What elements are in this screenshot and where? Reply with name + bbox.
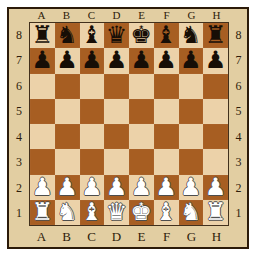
square-h1[interactable]: ♜ <box>203 200 228 225</box>
black-king-e8: ♚ <box>131 23 153 48</box>
white-pawn-a2: ♟ <box>32 175 54 200</box>
square-b4[interactable] <box>55 124 80 149</box>
square-f3[interactable] <box>154 149 179 174</box>
square-b8[interactable]: ♞ <box>55 23 80 48</box>
chess-board: ♜♞♝♛♚♝♞♜♟♟♟♟♟♟♟♟♟♟♟♟♟♟♟♟♜♞♝♛♚♝♞♜ <box>29 22 229 226</box>
square-f1[interactable]: ♝ <box>154 200 179 225</box>
square-g5[interactable] <box>179 99 204 124</box>
square-g7[interactable]: ♟ <box>179 48 204 73</box>
square-f8[interactable]: ♝ <box>154 23 179 48</box>
square-h6[interactable] <box>203 74 228 99</box>
black-pawn-g7: ♟ <box>180 48 202 73</box>
square-d5[interactable] <box>104 99 129 124</box>
square-b2[interactable]: ♟ <box>55 175 80 200</box>
rank-label-8: 8 <box>229 22 248 48</box>
square-e1[interactable]: ♚ <box>129 200 154 225</box>
square-c1[interactable]: ♝ <box>80 200 105 225</box>
white-bishop-c1: ♝ <box>81 200 103 225</box>
square-g2[interactable]: ♟ <box>179 175 204 200</box>
square-e2[interactable]: ♟ <box>129 175 154 200</box>
square-g4[interactable] <box>179 124 204 149</box>
black-rook-h8: ♜ <box>205 23 227 48</box>
white-pawn-h2: ♟ <box>205 175 227 200</box>
square-f5[interactable] <box>154 99 179 124</box>
black-bishop-f8: ♝ <box>155 23 177 48</box>
square-f6[interactable] <box>154 74 179 99</box>
file-label-a: A <box>29 8 54 22</box>
square-b3[interactable] <box>55 149 80 174</box>
square-e4[interactable] <box>129 124 154 149</box>
file-label-b: B <box>54 8 79 22</box>
white-pawn-d2: ♟ <box>106 175 128 200</box>
square-g6[interactable] <box>179 74 204 99</box>
square-c4[interactable] <box>80 124 105 149</box>
file-label-e: E <box>129 226 154 247</box>
square-c3[interactable] <box>80 149 105 174</box>
rank-label-3: 3 <box>229 150 248 176</box>
white-rook-a1: ♜ <box>32 200 54 225</box>
white-knight-g1: ♞ <box>180 200 202 225</box>
black-knight-b8: ♞ <box>56 23 78 48</box>
square-g3[interactable] <box>179 149 204 174</box>
file-label-f: F <box>154 8 179 22</box>
square-a2[interactable]: ♟ <box>30 175 55 200</box>
rank-label-3: 3 <box>9 150 29 176</box>
file-label-b: B <box>54 226 79 247</box>
file-label-f: F <box>154 226 179 247</box>
file-label-d: D <box>104 8 129 22</box>
square-e5[interactable] <box>129 99 154 124</box>
square-c7[interactable]: ♟ <box>80 48 105 73</box>
black-bishop-c8: ♝ <box>81 23 103 48</box>
file-label-d: D <box>104 226 129 247</box>
white-pawn-b2: ♟ <box>56 175 78 200</box>
file-labels-bottom: ABCDEFGH <box>29 226 229 247</box>
rank-label-5: 5 <box>9 99 29 125</box>
rank-label-2: 2 <box>9 175 29 201</box>
square-c8[interactable]: ♝ <box>80 23 105 48</box>
white-knight-b1: ♞ <box>56 200 78 225</box>
file-label-h: H <box>204 226 229 247</box>
white-bishop-f1: ♝ <box>155 200 177 225</box>
square-d2[interactable]: ♟ <box>104 175 129 200</box>
square-g1[interactable]: ♞ <box>179 200 204 225</box>
square-a8[interactable]: ♜ <box>30 23 55 48</box>
black-pawn-a7: ♟ <box>32 48 54 73</box>
white-queen-d1: ♛ <box>106 200 128 225</box>
square-f7[interactable]: ♟ <box>154 48 179 73</box>
black-pawn-d7: ♟ <box>106 48 128 73</box>
rank-labels-right: 87654321 <box>229 22 248 226</box>
square-e6[interactable] <box>129 74 154 99</box>
square-h3[interactable] <box>203 149 228 174</box>
rank-label-1: 1 <box>229 201 248 227</box>
white-pawn-f2: ♟ <box>155 175 177 200</box>
rank-label-7: 7 <box>229 48 248 74</box>
square-e8[interactable]: ♚ <box>129 23 154 48</box>
file-label-g: G <box>179 8 204 22</box>
rank-labels-left: 87654321 <box>9 22 29 226</box>
rank-label-7: 7 <box>9 48 29 74</box>
rank-label-4: 4 <box>229 124 248 150</box>
square-d3[interactable] <box>104 149 129 174</box>
white-pawn-e2: ♟ <box>131 175 153 200</box>
square-a3[interactable] <box>30 149 55 174</box>
rank-label-8: 8 <box>9 22 29 48</box>
rank-label-5: 5 <box>229 99 248 125</box>
black-pawn-e7: ♟ <box>131 48 153 73</box>
file-label-g: G <box>179 226 204 247</box>
square-b5[interactable] <box>55 99 80 124</box>
square-f2[interactable]: ♟ <box>154 175 179 200</box>
black-pawn-b7: ♟ <box>56 48 78 73</box>
square-h4[interactable] <box>203 124 228 149</box>
rank-label-6: 6 <box>229 73 248 99</box>
square-c5[interactable] <box>80 99 105 124</box>
rank-label-6: 6 <box>9 73 29 99</box>
square-b6[interactable] <box>55 74 80 99</box>
square-d4[interactable] <box>104 124 129 149</box>
rank-label-1: 1 <box>9 201 29 227</box>
white-king-e1: ♚ <box>131 200 153 225</box>
square-c6[interactable] <box>80 74 105 99</box>
file-labels-top: ABCDEFGH <box>29 8 229 22</box>
black-pawn-c7: ♟ <box>81 48 103 73</box>
square-d6[interactable] <box>104 74 129 99</box>
file-label-c: C <box>79 8 104 22</box>
square-b7[interactable]: ♟ <box>55 48 80 73</box>
square-e3[interactable] <box>129 149 154 174</box>
square-b1[interactable]: ♞ <box>55 200 80 225</box>
square-d8[interactable]: ♛ <box>104 23 129 48</box>
square-d7[interactable]: ♟ <box>104 48 129 73</box>
square-h5[interactable] <box>203 99 228 124</box>
rank-label-4: 4 <box>9 124 29 150</box>
chess-diagram: ABCDEFGH ABCDEFGH 87654321 87654321 ♜♞♝♛… <box>0 0 256 256</box>
file-label-c: C <box>79 226 104 247</box>
square-f4[interactable] <box>154 124 179 149</box>
square-a1[interactable]: ♜ <box>30 200 55 225</box>
file-label-h: H <box>204 8 229 22</box>
white-rook-h1: ♜ <box>205 200 227 225</box>
square-e7[interactable]: ♟ <box>129 48 154 73</box>
square-h2[interactable]: ♟ <box>203 175 228 200</box>
black-pawn-f7: ♟ <box>155 48 177 73</box>
square-h8[interactable]: ♜ <box>203 23 228 48</box>
white-pawn-c2: ♟ <box>81 175 103 200</box>
square-d1[interactable]: ♛ <box>104 200 129 225</box>
rank-label-2: 2 <box>229 175 248 201</box>
file-label-e: E <box>129 8 154 22</box>
square-h7[interactable]: ♟ <box>203 48 228 73</box>
black-knight-g8: ♞ <box>180 23 202 48</box>
square-a5[interactable] <box>30 99 55 124</box>
black-queen-d8: ♛ <box>106 23 128 48</box>
square-a4[interactable] <box>30 124 55 149</box>
square-a6[interactable] <box>30 74 55 99</box>
square-g8[interactable]: ♞ <box>179 23 204 48</box>
square-a7[interactable]: ♟ <box>30 48 55 73</box>
black-pawn-h7: ♟ <box>205 48 227 73</box>
black-rook-a8: ♜ <box>32 23 54 48</box>
file-label-a: A <box>29 226 54 247</box>
square-c2[interactable]: ♟ <box>80 175 105 200</box>
white-pawn-g2: ♟ <box>180 175 202 200</box>
